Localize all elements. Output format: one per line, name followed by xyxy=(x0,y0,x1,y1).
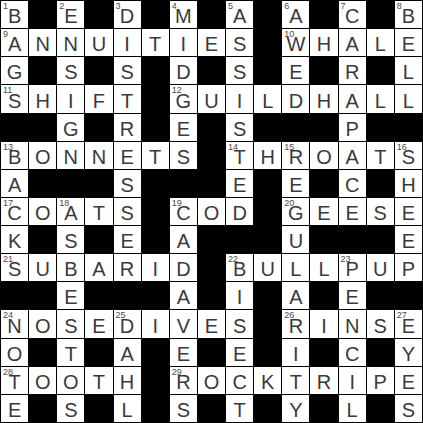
cell-r3c9[interactable]: L xyxy=(254,85,281,112)
cell-letter: U xyxy=(92,33,106,55)
cell-r0c6[interactable]: 4M xyxy=(170,1,197,28)
block-r12c13 xyxy=(367,339,394,366)
cell-r0c4[interactable]: 3D xyxy=(114,1,141,28)
cell-letter: N xyxy=(64,146,78,168)
cell-r0c12[interactable]: 7C xyxy=(339,1,366,28)
cell-r2c0[interactable]: G xyxy=(1,57,28,84)
block-r6c5 xyxy=(142,170,169,197)
block-r6c13 xyxy=(367,170,394,197)
cell-letter: O xyxy=(35,315,51,337)
cell-r13c9[interactable]: K xyxy=(254,367,281,394)
cell-letter: E xyxy=(205,33,218,55)
block-r14c1 xyxy=(29,395,56,422)
cell-letter: S xyxy=(374,315,387,337)
cell-r7c8[interactable]: D xyxy=(226,198,253,225)
cell-r7c3[interactable]: T xyxy=(85,198,112,225)
cell-r0c2[interactable]: 2E xyxy=(57,1,84,28)
block-r12c7 xyxy=(198,339,225,366)
cell-r3c10[interactable]: D xyxy=(282,85,309,112)
block-r8c13 xyxy=(367,226,394,253)
cell-r3c6[interactable]: 12G xyxy=(170,85,197,112)
block-r2c13 xyxy=(367,57,394,84)
cell-letter: A xyxy=(289,5,302,27)
cell-r5c2[interactable]: N xyxy=(57,142,84,169)
block-r4c3 xyxy=(85,114,112,141)
cell-letter: U xyxy=(204,90,218,112)
cell-r4c4[interactable]: R xyxy=(114,114,141,141)
block-r10c11 xyxy=(310,282,337,309)
block-r6c7 xyxy=(198,170,225,197)
cell-r12c10[interactable]: I xyxy=(282,339,309,366)
cell-r13c4[interactable]: H xyxy=(114,367,141,394)
cell-r3c11[interactable]: H xyxy=(310,85,337,112)
block-r8c3 xyxy=(85,226,112,253)
cell-r9c11[interactable]: L xyxy=(310,254,337,281)
cell-r0c10[interactable]: 6A xyxy=(282,1,309,28)
cell-letter: U xyxy=(289,230,303,252)
cell-r11c6[interactable]: V xyxy=(170,310,197,337)
cell-letter: Y xyxy=(289,399,302,421)
cell-r12c4[interactable]: A xyxy=(114,339,141,366)
cell-r13c11[interactable]: R xyxy=(310,367,337,394)
cell-r7c7[interactable]: O xyxy=(198,198,225,225)
cell-r14c4[interactable]: L xyxy=(114,395,141,422)
cell-r3c0[interactable]: 11S xyxy=(1,85,28,112)
cell-r5c13[interactable]: T xyxy=(367,142,394,169)
cell-r7c13[interactable]: S xyxy=(367,198,394,225)
cell-r1c12[interactable]: A xyxy=(339,29,366,56)
cell-r4c8[interactable]: S xyxy=(226,114,253,141)
cell-r3c13[interactable]: L xyxy=(367,85,394,112)
cell-r6c14[interactable]: H xyxy=(395,170,422,197)
cell-r13c13[interactable]: P xyxy=(367,367,394,394)
block-r4c14 xyxy=(395,114,422,141)
cell-r13c1[interactable]: O xyxy=(29,367,56,394)
cell-letter: O xyxy=(204,371,220,393)
cell-r1c13[interactable]: L xyxy=(367,29,394,56)
cell-r11c4[interactable]: 25D xyxy=(114,310,141,337)
block-r10c13 xyxy=(367,282,394,309)
cell-letter: S xyxy=(233,118,246,140)
block-r0c11 xyxy=(310,1,337,28)
cell-r12c12[interactable]: C xyxy=(339,339,366,366)
cell-letter: S xyxy=(374,202,387,224)
cell-r13c2[interactable]: O xyxy=(57,367,84,394)
cell-letter: E xyxy=(120,146,133,168)
cell-letter: E xyxy=(402,371,415,393)
block-r8c11 xyxy=(310,226,337,253)
cell-letter: B xyxy=(402,5,415,27)
cell-r7c14[interactable]: E xyxy=(395,198,422,225)
cell-letter: T xyxy=(234,399,246,421)
block-r4c11 xyxy=(310,114,337,141)
cell-letter: L xyxy=(403,90,414,112)
cell-r3c4[interactable]: T xyxy=(114,85,141,112)
cell-r0c14[interactable]: 8B xyxy=(395,1,422,28)
block-r4c7 xyxy=(198,114,225,141)
cell-r1c5[interactable]: T xyxy=(142,29,169,56)
cell-r11c12[interactable]: N xyxy=(339,310,366,337)
block-r8c5 xyxy=(142,226,169,253)
cell-letter: S xyxy=(64,399,77,421)
block-r0c1 xyxy=(29,1,56,28)
cell-letter: H xyxy=(120,371,134,393)
cell-r11c10[interactable]: 26R xyxy=(282,310,309,337)
cell-r9c0[interactable]: 21S xyxy=(1,254,28,281)
block-r4c13 xyxy=(367,114,394,141)
cell-r13c0[interactable]: 28T xyxy=(1,367,28,394)
cell-r9c13[interactable]: U xyxy=(367,254,394,281)
cell-r9c6[interactable]: D xyxy=(170,254,197,281)
cell-r5c12[interactable]: A xyxy=(339,142,366,169)
block-r14c9 xyxy=(254,395,281,422)
cell-r13c7[interactable]: O xyxy=(198,367,225,394)
cell-r1c4[interactable]: I xyxy=(114,29,141,56)
cell-r11c11[interactable]: I xyxy=(310,310,337,337)
clue-number-7: 7 xyxy=(341,1,346,11)
cell-r13c3[interactable]: T xyxy=(85,367,112,394)
cell-r2c10[interactable]: E xyxy=(282,57,309,84)
crossword-grid: 1B2E3D4M5A6A7C8B9ANNUITIES10WHALEGSSDSER… xyxy=(0,0,423,423)
cell-r5c14[interactable]: 16S xyxy=(395,142,422,169)
block-r8c1 xyxy=(29,226,56,253)
block-r11c9 xyxy=(254,310,281,337)
cell-letter: A xyxy=(345,33,358,55)
block-r8c9 xyxy=(254,226,281,253)
cell-letter: T xyxy=(93,371,105,393)
cell-letter: H xyxy=(317,90,331,112)
cell-r8c0[interactable]: K xyxy=(1,226,28,253)
cell-r3c14[interactable]: L xyxy=(395,85,422,112)
cell-r7c4[interactable]: S xyxy=(114,198,141,225)
block-r0c3 xyxy=(85,1,112,28)
clue-number-15: 15 xyxy=(284,142,294,152)
block-r12c3 xyxy=(85,339,112,366)
cell-r9c2[interactable]: B xyxy=(57,254,84,281)
cell-r1c0[interactable]: 9A xyxy=(1,29,28,56)
cell-r2c2[interactable]: S xyxy=(57,57,84,84)
cell-r4c12[interactable]: P xyxy=(339,114,366,141)
cell-letter: A xyxy=(120,343,133,365)
cell-r1c10[interactable]: 10W xyxy=(282,29,309,56)
cell-r7c6[interactable]: 19C xyxy=(170,198,197,225)
cell-letter: P xyxy=(402,258,415,280)
cell-letter: E xyxy=(64,286,77,308)
cell-r2c14[interactable]: L xyxy=(395,57,422,84)
cell-r14c10[interactable]: Y xyxy=(282,395,309,422)
cell-r8c10[interactable]: U xyxy=(282,226,309,253)
cell-r5c6[interactable]: S xyxy=(170,142,197,169)
cell-letter: N xyxy=(35,33,49,55)
cell-r9c4[interactable]: R xyxy=(114,254,141,281)
cell-r11c14[interactable]: 27E xyxy=(395,310,422,337)
block-r6c11 xyxy=(310,170,337,197)
cell-letter: C xyxy=(232,371,246,393)
cell-r4c6[interactable]: E xyxy=(170,114,197,141)
cell-letter: L xyxy=(403,61,414,83)
cell-r8c14[interactable]: E xyxy=(395,226,422,253)
block-r6c3 xyxy=(85,170,112,197)
cell-letter: R xyxy=(120,258,134,280)
cell-r5c8[interactable]: 14T xyxy=(226,142,253,169)
block-r10c7 xyxy=(198,282,225,309)
cell-r7c10[interactable]: 20G xyxy=(282,198,309,225)
block-r14c5 xyxy=(142,395,169,422)
cell-r2c6[interactable]: D xyxy=(170,57,197,84)
cell-r7c1[interactable]: O xyxy=(29,198,56,225)
block-r0c13 xyxy=(367,1,394,28)
clue-number-3: 3 xyxy=(116,1,121,11)
cell-letter: O xyxy=(35,371,51,393)
cell-letter: E xyxy=(317,202,330,224)
cell-r11c3[interactable]: E xyxy=(85,310,112,337)
cell-r9c9[interactable]: U xyxy=(254,254,281,281)
cell-r14c8[interactable]: T xyxy=(226,395,253,422)
block-r2c11 xyxy=(310,57,337,84)
cell-letter: D xyxy=(232,202,246,224)
clue-number-12: 12 xyxy=(172,85,182,95)
cell-r6c10[interactable]: E xyxy=(282,170,309,197)
block-r4c10 xyxy=(282,114,309,141)
cell-r5c10[interactable]: 15R xyxy=(282,142,309,169)
cell-letter: L xyxy=(375,90,386,112)
block-r10c9 xyxy=(254,282,281,309)
cell-r7c0[interactable]: 17C xyxy=(1,198,28,225)
cell-letter: E xyxy=(177,118,190,140)
cell-r13c10[interactable]: T xyxy=(282,367,309,394)
cell-letter: V xyxy=(177,315,190,337)
cell-letter: A xyxy=(233,5,246,27)
clue-number-5: 5 xyxy=(228,1,233,11)
clue-number-26: 26 xyxy=(284,310,294,320)
cell-letter: E xyxy=(64,5,77,27)
clue-number-11: 11 xyxy=(3,85,12,95)
cell-r5c1[interactable]: O xyxy=(29,142,56,169)
cell-letter: E xyxy=(289,61,302,83)
block-r10c0 xyxy=(1,282,28,309)
cell-letter: H xyxy=(401,174,415,196)
cell-r14c6[interactable]: S xyxy=(170,395,197,422)
cell-r7c2[interactable]: 18A xyxy=(57,198,84,225)
cell-r1c8[interactable]: S xyxy=(226,29,253,56)
cell-letter: I xyxy=(237,90,243,112)
cell-r3c2[interactable]: I xyxy=(57,85,84,112)
cell-letter: U xyxy=(35,258,49,280)
cell-letter: I xyxy=(349,371,355,393)
cell-r1c3[interactable]: U xyxy=(85,29,112,56)
block-r8c7 xyxy=(198,226,225,253)
block-r2c3 xyxy=(85,57,112,84)
cell-r7c12[interactable]: E xyxy=(339,198,366,225)
cell-r10c8[interactable]: I xyxy=(226,282,253,309)
cell-letter: G xyxy=(7,61,23,83)
cell-r10c12[interactable]: E xyxy=(339,282,366,309)
cell-letter: S xyxy=(64,315,77,337)
cell-r9c3[interactable]: A xyxy=(85,254,112,281)
cell-r11c0[interactable]: 24N xyxy=(1,310,28,337)
cell-r5c3[interactable]: N xyxy=(85,142,112,169)
cell-letter: S xyxy=(120,61,133,83)
clue-number-10: 10 xyxy=(284,29,294,39)
cell-r9c14[interactable]: P xyxy=(395,254,422,281)
cell-r13c6[interactable]: 29R xyxy=(170,367,197,394)
cell-r1c2[interactable]: N xyxy=(57,29,84,56)
cell-letter: T xyxy=(93,202,105,224)
clue-number-22: 22 xyxy=(228,254,238,264)
block-r1c9 xyxy=(254,29,281,56)
clue-number-29: 29 xyxy=(172,367,182,377)
cell-r3c3[interactable]: F xyxy=(85,85,112,112)
cell-r6c4[interactable]: S xyxy=(114,170,141,197)
cell-letter: A xyxy=(177,230,190,252)
cell-r2c8[interactable]: S xyxy=(226,57,253,84)
cell-letter: T xyxy=(149,146,161,168)
cell-r3c12[interactable]: A xyxy=(339,85,366,112)
cell-r1c14[interactable]: E xyxy=(395,29,422,56)
cell-r10c2[interactable]: E xyxy=(57,282,84,309)
cell-r11c2[interactable]: S xyxy=(57,310,84,337)
cell-letter: T xyxy=(65,343,77,365)
cell-letter: N xyxy=(64,33,78,55)
cell-r14c0[interactable]: E xyxy=(1,395,28,422)
cell-r11c7[interactable]: E xyxy=(198,310,225,337)
block-r2c7 xyxy=(198,57,225,84)
cell-letter: T xyxy=(290,371,302,393)
block-r8c8 xyxy=(226,226,253,253)
cell-letter: M xyxy=(175,5,192,27)
cell-r9c8[interactable]: 22B xyxy=(226,254,253,281)
cell-r7c11[interactable]: E xyxy=(310,198,337,225)
block-r0c9 xyxy=(254,1,281,28)
cell-r3c8[interactable]: I xyxy=(226,85,253,112)
cell-letter: P xyxy=(374,371,387,393)
cell-letter: F xyxy=(93,90,105,112)
cell-r10c10[interactable]: A xyxy=(282,282,309,309)
clue-number-17: 17 xyxy=(3,198,13,208)
cell-r12c2[interactable]: T xyxy=(57,339,84,366)
cell-r13c14[interactable]: E xyxy=(395,367,422,394)
cell-r1c1[interactable]: N xyxy=(29,29,56,56)
cell-letter: A xyxy=(8,174,21,196)
cell-letter: C xyxy=(345,5,359,27)
cell-r8c4[interactable]: E xyxy=(114,226,141,253)
cell-r10c6[interactable]: A xyxy=(170,282,197,309)
cell-letter: E xyxy=(120,230,133,252)
cell-letter: R xyxy=(317,371,331,393)
cell-letter: S xyxy=(233,61,246,83)
cell-r13c12[interactable]: I xyxy=(339,367,366,394)
cell-r11c13[interactable]: S xyxy=(367,310,394,337)
cell-letter: E xyxy=(233,343,246,365)
cell-letter: U xyxy=(373,258,387,280)
cell-r14c14[interactable]: S xyxy=(395,395,422,422)
cell-r1c7[interactable]: E xyxy=(198,29,225,56)
cell-r9c10[interactable]: L xyxy=(282,254,309,281)
block-r2c5 xyxy=(142,57,169,84)
cell-r12c6[interactable]: E xyxy=(170,339,197,366)
cell-letter: O xyxy=(35,202,51,224)
cell-r1c11[interactable]: H xyxy=(310,29,337,56)
cell-r5c11[interactable]: O xyxy=(310,142,337,169)
cell-r9c12[interactable]: 23P xyxy=(339,254,366,281)
block-r10c4 xyxy=(114,282,141,309)
cell-r9c5[interactable]: I xyxy=(142,254,169,281)
cell-letter: A xyxy=(345,90,358,112)
cell-r12c8[interactable]: E xyxy=(226,339,253,366)
block-r12c5 xyxy=(142,339,169,366)
block-r3c5 xyxy=(142,85,169,112)
cell-letter: A xyxy=(92,258,105,280)
cell-r0c0[interactable]: 1B xyxy=(1,1,28,28)
cell-r9c1[interactable]: U xyxy=(29,254,56,281)
cell-r8c2[interactable]: S xyxy=(57,226,84,253)
cell-r2c12[interactable]: R xyxy=(339,57,366,84)
cell-letter: R xyxy=(345,61,359,83)
clue-number-2: 2 xyxy=(59,1,64,11)
cell-r12c14[interactable]: Y xyxy=(395,339,422,366)
cell-r5c5[interactable]: T xyxy=(142,142,169,169)
cell-letter: A xyxy=(345,146,358,168)
cell-letter: I xyxy=(68,90,74,112)
cell-letter: S xyxy=(120,174,133,196)
block-r14c11 xyxy=(310,395,337,422)
cell-letter: L xyxy=(318,258,329,280)
block-r10c5 xyxy=(142,282,169,309)
cell-r3c7[interactable]: U xyxy=(198,85,225,112)
cell-r3c1[interactable]: H xyxy=(29,85,56,112)
block-r5c7 xyxy=(198,142,225,169)
cell-letter: P xyxy=(345,118,358,140)
cell-r5c4[interactable]: E xyxy=(114,142,141,169)
cell-r6c8[interactable]: E xyxy=(226,170,253,197)
clue-number-8: 8 xyxy=(397,1,402,11)
cell-r12c0[interactable]: O xyxy=(1,339,28,366)
block-r4c1 xyxy=(29,114,56,141)
clue-number-4: 4 xyxy=(172,1,177,11)
cell-letter: I xyxy=(181,33,187,55)
cell-letter: L xyxy=(375,33,386,55)
cell-r2c4[interactable]: S xyxy=(114,57,141,84)
cell-r13c8[interactable]: C xyxy=(226,367,253,394)
cell-letter: I xyxy=(152,315,158,337)
cell-r0c8[interactable]: 5A xyxy=(226,1,253,28)
cell-r5c0[interactable]: 13B xyxy=(1,142,28,169)
cell-r14c12[interactable]: L xyxy=(339,395,366,422)
cell-r5c9[interactable]: H xyxy=(254,142,281,169)
cell-r11c8[interactable]: S xyxy=(226,310,253,337)
clue-number-20: 20 xyxy=(284,198,294,208)
cell-letter: T xyxy=(374,146,386,168)
cell-letter: S xyxy=(233,33,246,55)
cell-letter: O xyxy=(204,202,220,224)
cell-letter: I xyxy=(152,258,158,280)
cell-r8c6[interactable]: A xyxy=(170,226,197,253)
cell-letter: S xyxy=(233,315,246,337)
cell-r1c6[interactable]: I xyxy=(170,29,197,56)
cell-r6c0[interactable]: A xyxy=(1,170,28,197)
cell-r11c1[interactable]: O xyxy=(29,310,56,337)
cell-r14c2[interactable]: S xyxy=(57,395,84,422)
cell-r6c12[interactable]: C xyxy=(339,170,366,197)
cell-letter: S xyxy=(64,61,77,83)
clue-number-13: 13 xyxy=(3,142,13,152)
clue-number-14: 14 xyxy=(228,142,238,152)
cell-r4c2[interactable]: G xyxy=(57,114,84,141)
cell-r11c5[interactable]: I xyxy=(142,310,169,337)
cell-letter: E xyxy=(345,286,358,308)
clue-number-25: 25 xyxy=(116,310,126,320)
cell-letter: O xyxy=(35,146,51,168)
